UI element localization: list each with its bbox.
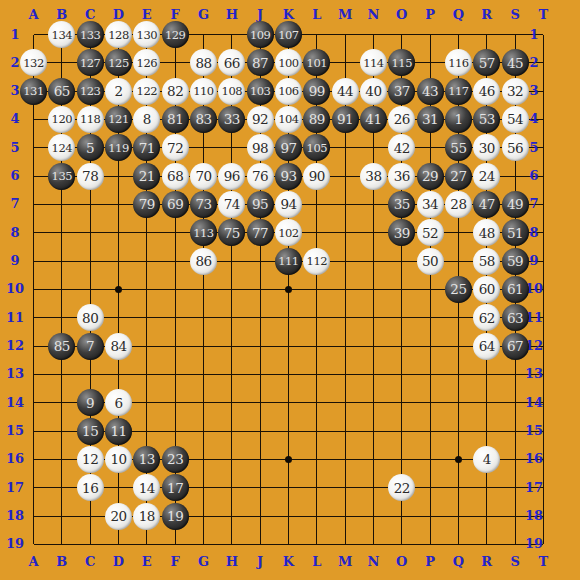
stone-white-108: 108 bbox=[218, 78, 245, 105]
stone-white-106: 106 bbox=[275, 78, 302, 105]
stone-white-120: 120 bbox=[48, 106, 75, 133]
column-label-bottom: D bbox=[105, 554, 131, 570]
row-label-right: 16 bbox=[521, 451, 547, 467]
stone-white-126: 126 bbox=[133, 49, 160, 76]
stone-white-98: 98 bbox=[247, 134, 274, 161]
row-label-left: 8 bbox=[2, 225, 28, 241]
stone-black-107: 107 bbox=[275, 21, 302, 48]
stone-white-114: 114 bbox=[360, 49, 387, 76]
stone-white-32: 32 bbox=[502, 78, 529, 105]
stone-black-57: 57 bbox=[473, 49, 500, 76]
stone-white-130: 130 bbox=[133, 21, 160, 48]
stone-black-103: 103 bbox=[247, 78, 274, 105]
stone-black-117: 117 bbox=[445, 78, 472, 105]
stone-white-46: 46 bbox=[473, 78, 500, 105]
stone-black-81: 81 bbox=[162, 106, 189, 133]
row-label-left: 18 bbox=[2, 508, 28, 524]
stone-white-70: 70 bbox=[190, 163, 217, 190]
star-point bbox=[285, 286, 292, 293]
stone-white-4: 4 bbox=[473, 446, 500, 473]
column-label-top: Q bbox=[445, 7, 471, 23]
stone-black-53: 53 bbox=[473, 106, 500, 133]
stone-white-72: 72 bbox=[162, 134, 189, 161]
stone-white-84: 84 bbox=[105, 333, 132, 360]
row-label-right: 18 bbox=[521, 508, 547, 524]
grid-line-horizontal bbox=[34, 374, 544, 375]
column-label-bottom: F bbox=[162, 554, 188, 570]
stone-white-14: 14 bbox=[133, 474, 160, 501]
stone-white-36: 36 bbox=[388, 163, 415, 190]
stone-white-64: 64 bbox=[473, 333, 500, 360]
stone-white-30: 30 bbox=[473, 134, 500, 161]
stone-white-50: 50 bbox=[417, 248, 444, 275]
stone-white-56: 56 bbox=[502, 134, 529, 161]
star-point bbox=[455, 456, 462, 463]
column-label-top: T bbox=[530, 7, 556, 23]
stone-black-43: 43 bbox=[417, 78, 444, 105]
row-label-left: 5 bbox=[2, 140, 28, 156]
column-label-bottom: R bbox=[474, 554, 500, 570]
star-point bbox=[285, 456, 292, 463]
stone-white-52: 52 bbox=[417, 219, 444, 246]
stone-black-131: 131 bbox=[20, 78, 47, 105]
row-label-left: 4 bbox=[2, 111, 28, 127]
stone-black-79: 79 bbox=[133, 191, 160, 218]
row-label-left: 11 bbox=[2, 310, 28, 326]
stone-black-47: 47 bbox=[473, 191, 500, 218]
stone-black-61: 61 bbox=[502, 276, 529, 303]
stone-white-2: 2 bbox=[105, 78, 132, 105]
stone-white-128: 128 bbox=[105, 21, 132, 48]
stone-black-27: 27 bbox=[445, 163, 472, 190]
stone-black-19: 19 bbox=[162, 503, 189, 530]
column-label-top: S bbox=[502, 7, 528, 23]
row-label-right: 13 bbox=[521, 366, 547, 382]
stone-black-25: 25 bbox=[445, 276, 472, 303]
row-label-left: 14 bbox=[2, 395, 28, 411]
column-label-bottom: M bbox=[332, 554, 358, 570]
column-label-bottom: S bbox=[502, 554, 528, 570]
stone-black-93: 93 bbox=[275, 163, 302, 190]
stone-black-39: 39 bbox=[388, 219, 415, 246]
stone-white-74: 74 bbox=[218, 191, 245, 218]
stone-black-17: 17 bbox=[162, 474, 189, 501]
column-label-bottom: Q bbox=[445, 554, 471, 570]
stone-black-15: 15 bbox=[77, 418, 104, 445]
row-label-right: 1 bbox=[521, 27, 547, 43]
stone-black-71: 71 bbox=[133, 134, 160, 161]
stone-black-97: 97 bbox=[275, 134, 302, 161]
column-label-bottom: N bbox=[360, 554, 386, 570]
column-label-top: G bbox=[190, 7, 216, 23]
stone-white-102: 102 bbox=[275, 219, 302, 246]
stone-black-31: 31 bbox=[417, 106, 444, 133]
stone-black-109: 109 bbox=[247, 21, 274, 48]
row-label-left: 10 bbox=[2, 281, 28, 297]
stone-black-125: 125 bbox=[105, 49, 132, 76]
stone-black-1: 1 bbox=[445, 106, 472, 133]
row-label-left: 7 bbox=[2, 196, 28, 212]
stone-white-66: 66 bbox=[218, 49, 245, 76]
stone-white-18: 18 bbox=[133, 503, 160, 530]
stone-white-8: 8 bbox=[133, 106, 160, 133]
stone-white-122: 122 bbox=[133, 78, 160, 105]
stone-black-13: 13 bbox=[133, 446, 160, 473]
column-label-top: H bbox=[219, 7, 245, 23]
stone-black-11: 11 bbox=[105, 418, 132, 445]
stone-black-69: 69 bbox=[162, 191, 189, 218]
stone-white-58: 58 bbox=[473, 248, 500, 275]
stone-white-16: 16 bbox=[77, 474, 104, 501]
stone-black-111: 111 bbox=[275, 248, 302, 275]
stone-black-67: 67 bbox=[502, 333, 529, 360]
row-label-left: 12 bbox=[2, 338, 28, 354]
star-point bbox=[115, 286, 122, 293]
stone-black-55: 55 bbox=[445, 134, 472, 161]
stone-white-86: 86 bbox=[190, 248, 217, 275]
stone-black-49: 49 bbox=[502, 191, 529, 218]
column-label-bottom: C bbox=[77, 554, 103, 570]
stone-black-99: 99 bbox=[303, 78, 330, 105]
stone-black-91: 91 bbox=[332, 106, 359, 133]
column-label-bottom: A bbox=[21, 554, 47, 570]
stone-white-100: 100 bbox=[275, 49, 302, 76]
column-label-bottom: L bbox=[304, 554, 330, 570]
stone-white-48: 48 bbox=[473, 219, 500, 246]
stone-white-118: 118 bbox=[77, 106, 104, 133]
stone-white-112: 112 bbox=[303, 248, 330, 275]
column-label-top: M bbox=[332, 7, 358, 23]
column-label-bottom: O bbox=[389, 554, 415, 570]
stone-white-44: 44 bbox=[332, 78, 359, 105]
stone-white-134: 134 bbox=[48, 21, 75, 48]
column-label-bottom: P bbox=[417, 554, 443, 570]
row-label-right: 15 bbox=[521, 423, 547, 439]
stone-black-7: 7 bbox=[77, 333, 104, 360]
stone-black-63: 63 bbox=[502, 304, 529, 331]
row-label-left: 9 bbox=[2, 253, 28, 269]
stone-black-51: 51 bbox=[502, 219, 529, 246]
stone-white-82: 82 bbox=[162, 78, 189, 105]
stone-white-26: 26 bbox=[388, 106, 415, 133]
row-label-left: 13 bbox=[2, 366, 28, 382]
stone-white-94: 94 bbox=[275, 191, 302, 218]
stone-black-29: 29 bbox=[417, 163, 444, 190]
stone-black-87: 87 bbox=[247, 49, 274, 76]
column-label-bottom: G bbox=[190, 554, 216, 570]
row-label-right: 19 bbox=[521, 536, 547, 552]
row-label-right: 6 bbox=[521, 168, 547, 184]
column-label-top: P bbox=[417, 7, 443, 23]
stone-white-20: 20 bbox=[105, 503, 132, 530]
stone-white-96: 96 bbox=[218, 163, 245, 190]
stone-black-89: 89 bbox=[303, 106, 330, 133]
stone-black-133: 133 bbox=[77, 21, 104, 48]
stone-black-115: 115 bbox=[388, 49, 415, 76]
stone-white-28: 28 bbox=[445, 191, 472, 218]
row-label-left: 16 bbox=[2, 451, 28, 467]
stone-white-38: 38 bbox=[360, 163, 387, 190]
stone-white-60: 60 bbox=[473, 276, 500, 303]
column-label-bottom: B bbox=[49, 554, 75, 570]
column-label-bottom: J bbox=[247, 554, 273, 570]
stone-black-123: 123 bbox=[77, 78, 104, 105]
column-label-top: A bbox=[21, 7, 47, 23]
stone-white-34: 34 bbox=[417, 191, 444, 218]
stone-black-77: 77 bbox=[247, 219, 274, 246]
stone-black-35: 35 bbox=[388, 191, 415, 218]
column-label-top: O bbox=[389, 7, 415, 23]
stone-black-129: 129 bbox=[162, 21, 189, 48]
stone-black-23: 23 bbox=[162, 446, 189, 473]
stone-white-104: 104 bbox=[275, 106, 302, 133]
stone-black-37: 37 bbox=[388, 78, 415, 105]
stone-white-78: 78 bbox=[77, 163, 104, 190]
stone-black-73: 73 bbox=[190, 191, 217, 218]
stone-white-12: 12 bbox=[77, 446, 104, 473]
stone-black-105: 105 bbox=[303, 134, 330, 161]
grid-line-horizontal bbox=[34, 317, 544, 318]
column-label-bottom: H bbox=[219, 554, 245, 570]
column-label-bottom: E bbox=[134, 554, 160, 570]
stone-white-80: 80 bbox=[77, 304, 104, 331]
row-label-left: 17 bbox=[2, 480, 28, 496]
grid-line-horizontal bbox=[34, 544, 544, 545]
row-label-left: 6 bbox=[2, 168, 28, 184]
stone-black-75: 75 bbox=[218, 219, 245, 246]
stone-white-116: 116 bbox=[445, 49, 472, 76]
row-label-left: 1 bbox=[2, 27, 28, 43]
stone-black-5: 5 bbox=[77, 134, 104, 161]
row-label-right: 14 bbox=[521, 395, 547, 411]
stone-black-41: 41 bbox=[360, 106, 387, 133]
stone-white-124: 124 bbox=[48, 134, 75, 161]
stone-white-68: 68 bbox=[162, 163, 189, 190]
stone-white-22: 22 bbox=[388, 474, 415, 501]
stone-white-40: 40 bbox=[360, 78, 387, 105]
stone-black-135: 135 bbox=[48, 163, 75, 190]
stone-white-62: 62 bbox=[473, 304, 500, 331]
stone-black-127: 127 bbox=[77, 49, 104, 76]
column-label-bottom: T bbox=[530, 554, 556, 570]
stone-white-24: 24 bbox=[473, 163, 500, 190]
row-label-left: 19 bbox=[2, 536, 28, 552]
stone-white-92: 92 bbox=[247, 106, 274, 133]
row-label-right: 17 bbox=[521, 480, 547, 496]
stone-black-101: 101 bbox=[303, 49, 330, 76]
stone-white-90: 90 bbox=[303, 163, 330, 190]
stone-black-59: 59 bbox=[502, 248, 529, 275]
column-label-top: L bbox=[304, 7, 330, 23]
stone-black-9: 9 bbox=[77, 389, 104, 416]
go-game-record-screen: AABBCCDDEEFFGGHHJJKKLLMMNNOOPPQQRRSSTT11… bbox=[0, 0, 580, 580]
stone-black-33: 33 bbox=[218, 106, 245, 133]
stone-black-83: 83 bbox=[190, 106, 217, 133]
column-label-top: N bbox=[360, 7, 386, 23]
stone-black-45: 45 bbox=[502, 49, 529, 76]
stone-white-54: 54 bbox=[502, 106, 529, 133]
stone-black-65: 65 bbox=[48, 78, 75, 105]
column-label-top: R bbox=[474, 7, 500, 23]
stone-white-6: 6 bbox=[105, 389, 132, 416]
stone-white-110: 110 bbox=[190, 78, 217, 105]
stone-white-76: 76 bbox=[247, 163, 274, 190]
stone-white-42: 42 bbox=[388, 134, 415, 161]
stone-white-132: 132 bbox=[20, 49, 47, 76]
stone-white-88: 88 bbox=[190, 49, 217, 76]
stone-black-121: 121 bbox=[105, 106, 132, 133]
grid-line-horizontal bbox=[34, 487, 544, 488]
stone-black-85: 85 bbox=[48, 333, 75, 360]
stone-black-95: 95 bbox=[247, 191, 274, 218]
column-label-bottom: K bbox=[275, 554, 301, 570]
stone-white-10: 10 bbox=[105, 446, 132, 473]
stone-black-21: 21 bbox=[133, 163, 160, 190]
stone-black-119: 119 bbox=[105, 134, 132, 161]
stone-black-113: 113 bbox=[190, 219, 217, 246]
row-label-left: 15 bbox=[2, 423, 28, 439]
